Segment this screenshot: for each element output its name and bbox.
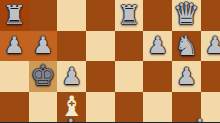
square-a7[interactable]: ♟ [0,31,29,62]
square-e7[interactable] [115,31,144,62]
piece-black-rook-a8[interactable]: ♜ [3,2,26,28]
piece-black-knight-g7[interactable]: ♞ [174,32,198,59]
piece-top-g4[interactable]: ♟ [189,116,211,122]
square-c7[interactable] [57,31,86,62]
square-f5[interactable] [143,92,172,123]
square-f6[interactable] [143,61,172,92]
square-h6[interactable] [201,61,220,92]
square-g7[interactable]: ♞ [172,31,201,62]
square-d6[interactable] [86,61,115,92]
square-g8[interactable]: ♛ [172,0,201,31]
square-e5[interactable] [115,92,144,123]
square-b8[interactable] [29,0,58,31]
square-f7[interactable]: ♟ [143,31,172,62]
square-a5[interactable] [0,92,29,123]
square-a8[interactable]: ♜ [0,0,29,31]
square-a6[interactable] [0,61,29,92]
piece-black-rook-e8[interactable]: ♜ [117,2,140,28]
square-b5[interactable] [29,92,58,123]
square-b6[interactable]: ♚ [29,61,58,92]
piece-black-pawn-b7[interactable]: ♟ [33,34,54,57]
piece-black-pawn-c6[interactable]: ♟ [61,65,82,88]
square-d7[interactable] [86,31,115,62]
square-g6[interactable]: ♟ [172,61,201,92]
square-h8[interactable] [201,0,220,31]
chess-board-screenshot: ♜♜♛♟♟♟♞♟♚♟♟♝ ♟♟ [0,0,220,122]
piece-black-pawn-a7[interactable]: ♟ [4,34,25,57]
square-h7[interactable]: ♟ [201,31,220,62]
piece-black-king-b6[interactable]: ♚ [30,62,55,90]
square-b7[interactable]: ♟ [29,31,58,62]
piece-top-c4[interactable]: ♟ [60,116,82,122]
square-d8[interactable] [86,0,115,31]
piece-black-pawn-g6[interactable]: ♟ [176,65,197,88]
square-c8[interactable] [57,0,86,31]
piece-black-pawn-f7[interactable]: ♟ [147,34,168,57]
square-e8[interactable]: ♜ [115,0,144,31]
chess-board: ♜♜♛♟♟♟♞♟♚♟♟♝ [0,0,220,122]
square-d5[interactable] [86,92,115,123]
square-e6[interactable] [115,61,144,92]
piece-black-queen-g8[interactable]: ♛ [173,0,200,29]
square-c6[interactable]: ♟ [57,61,86,92]
piece-black-pawn-h7[interactable]: ♟ [205,34,220,57]
square-f8[interactable] [143,0,172,31]
